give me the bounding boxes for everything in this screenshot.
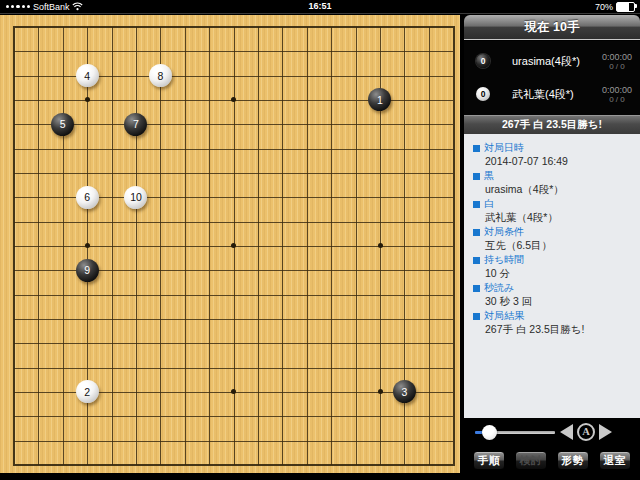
info-label-5: 秒読み bbox=[464, 281, 640, 295]
stone-white-10: 10 bbox=[124, 186, 147, 209]
player-row-black: 0 urasima(4段*) 0:00:00 0 / 0 bbox=[464, 46, 640, 76]
estimate-button[interactable]: 形勢 bbox=[557, 451, 589, 470]
review-button: 検討 bbox=[515, 451, 547, 470]
stone-white-4: 4 bbox=[76, 64, 99, 87]
clock-label: 16:51 bbox=[0, 0, 640, 13]
player-area: 0 urasima(4段*) 0:00:00 0 / 0 0 武礼葉(4段*) … bbox=[464, 41, 640, 115]
white-time: 0:00:00 bbox=[602, 85, 632, 95]
info-value-1: urasima（4段*） bbox=[464, 183, 640, 197]
game-info-list: 対局日時2014-07-07 16:49黒urasima（4段*）白武礼葉（4段… bbox=[464, 134, 640, 418]
app-screen: SoftBank 16:51 70% 12345678910 現在 10手 0 … bbox=[0, 0, 640, 480]
info-label-6: 対局結果 bbox=[464, 309, 640, 323]
stone-black-9: 9 bbox=[76, 259, 99, 282]
board-pane: 12345678910 bbox=[0, 14, 464, 480]
bullet-square-icon bbox=[473, 285, 480, 292]
info-label-4: 持ち時間 bbox=[464, 253, 640, 267]
info-value-3: 互先（6.5目） bbox=[464, 239, 640, 253]
bullet-square-icon bbox=[473, 313, 480, 320]
battery-percent-label: 70% bbox=[595, 2, 613, 12]
player-row-white: 0 武礼葉(4段*) 0:00:00 0 / 0 bbox=[464, 79, 640, 109]
playback-controls: A 手順検討形勢退室 bbox=[464, 418, 640, 480]
white-clock: 0:00:00 0 / 0 bbox=[602, 85, 632, 104]
info-label-2: 白 bbox=[464, 197, 640, 211]
autoplay-icon[interactable]: A bbox=[577, 423, 595, 441]
goban[interactable]: 12345678910 bbox=[0, 15, 460, 473]
status-right: 70% bbox=[595, 0, 635, 13]
step-back-icon[interactable] bbox=[560, 424, 573, 440]
white-player-name: 武礼葉(4段*) bbox=[512, 87, 602, 102]
status-bar: SoftBank 16:51 70% bbox=[0, 0, 640, 14]
leave-button[interactable]: 退室 bbox=[599, 451, 631, 470]
info-label-0: 対局日時 bbox=[464, 141, 640, 155]
black-clock: 0:00:00 0 / 0 bbox=[602, 52, 632, 71]
white-periods: 0 / 0 bbox=[602, 95, 632, 104]
bullet-square-icon bbox=[473, 201, 480, 208]
move-counter-header: 現在 10手 bbox=[464, 15, 640, 40]
stone-white-2: 2 bbox=[76, 380, 99, 403]
black-captures-stone-icon: 0 bbox=[476, 54, 490, 68]
stone-black-1: 1 bbox=[368, 88, 391, 111]
black-periods: 0 / 0 bbox=[602, 62, 632, 71]
stone-black-7: 7 bbox=[124, 113, 147, 136]
stone-white-6: 6 bbox=[76, 186, 99, 209]
stone-black-3: 3 bbox=[393, 380, 416, 403]
sequence-button[interactable]: 手順 bbox=[473, 451, 505, 470]
bullet-square-icon bbox=[473, 173, 480, 180]
info-value-0: 2014-07-07 16:49 bbox=[464, 155, 640, 169]
bullet-square-icon bbox=[473, 257, 480, 264]
info-value-6: 267手 白 23.5目勝ち! bbox=[464, 323, 640, 337]
info-label-1: 黒 bbox=[464, 169, 640, 183]
black-player-name: urasima(4段*) bbox=[512, 54, 602, 69]
black-time: 0:00:00 bbox=[602, 52, 632, 62]
step-forward-icon[interactable] bbox=[599, 424, 612, 440]
slider-knob[interactable] bbox=[482, 425, 497, 440]
stone-black-5: 5 bbox=[51, 113, 74, 136]
result-banner: 267手 白 23.5目勝ち! bbox=[464, 115, 640, 134]
info-value-2: 武礼葉（4段*） bbox=[464, 211, 640, 225]
bullet-square-icon bbox=[473, 145, 480, 152]
stones-grid: 12345678910 bbox=[2, 15, 466, 477]
panel-button-row: 手順検討形勢退室 bbox=[464, 451, 640, 470]
info-label-3: 対局条件 bbox=[464, 225, 640, 239]
goban-grid: 12345678910 bbox=[0, 15, 460, 473]
white-captures-stone-icon: 0 bbox=[476, 87, 490, 101]
battery-icon bbox=[616, 2, 635, 12]
bullet-square-icon bbox=[473, 229, 480, 236]
side-panel: 現在 10手 0 urasima(4段*) 0:00:00 0 / 0 0 武礼… bbox=[464, 14, 640, 480]
info-value-4: 10 分 bbox=[464, 267, 640, 281]
info-value-5: 30 秒 3 回 bbox=[464, 295, 640, 309]
stone-white-8: 8 bbox=[149, 64, 172, 87]
